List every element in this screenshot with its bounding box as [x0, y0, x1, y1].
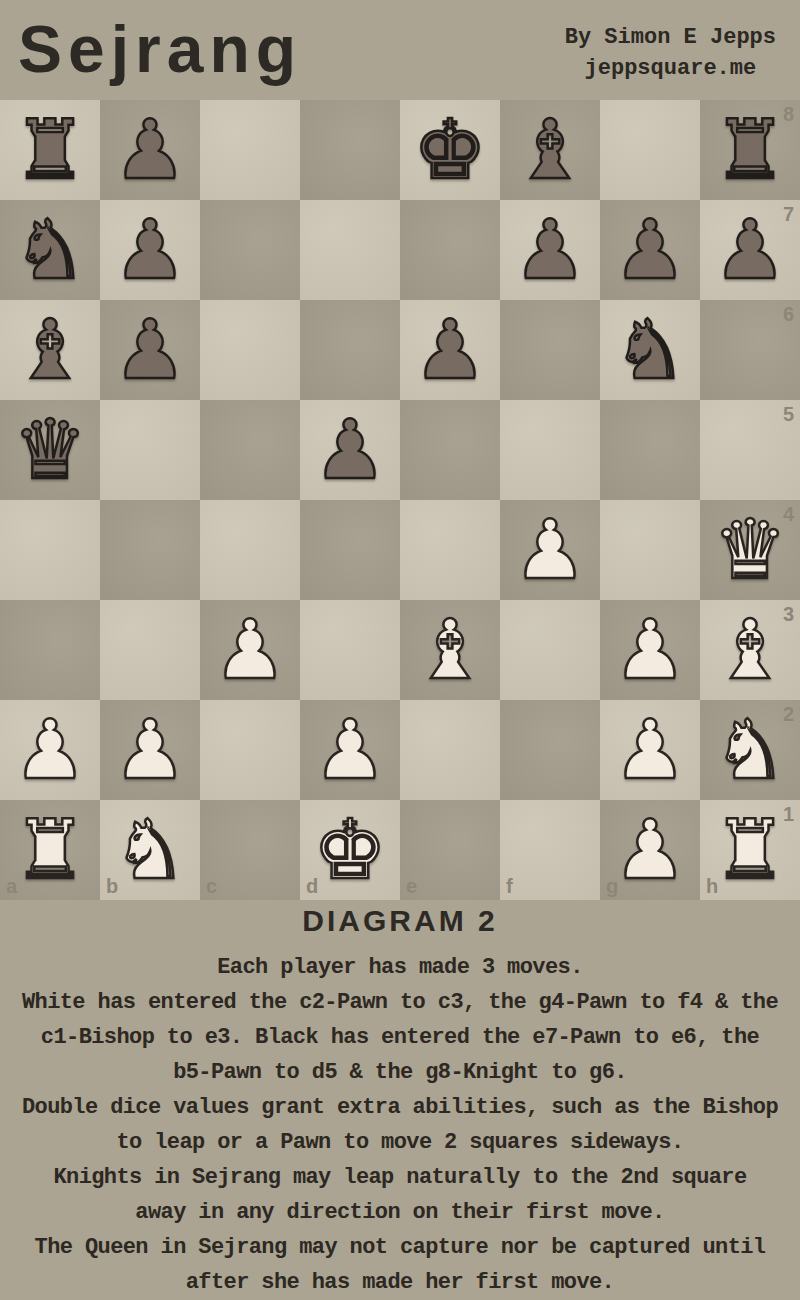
- rank-label-3: 3: [783, 604, 794, 624]
- square-f5[interactable]: [500, 400, 600, 500]
- square-a8[interactable]: ♜: [0, 100, 100, 200]
- black-king-e8[interactable]: ♚: [413, 100, 487, 200]
- square-c4[interactable]: [200, 500, 300, 600]
- caption-line: White has entered the c2-Pawn to c3, the…: [0, 985, 800, 1020]
- square-b2[interactable]: ♟: [100, 700, 200, 800]
- black-rook-h8[interactable]: ♜: [713, 100, 787, 200]
- square-a7[interactable]: ♞: [0, 200, 100, 300]
- caption-line: Knights in Sejrang may leap naturally to…: [0, 1160, 800, 1195]
- caption-line: c1-Bishop to e3. Black has entered the e…: [0, 1020, 800, 1055]
- rank-label-5: 5: [783, 404, 794, 424]
- square-b6[interactable]: ♟: [100, 300, 200, 400]
- white-rook-a1[interactable]: ♜: [13, 800, 87, 900]
- square-c8[interactable]: [200, 100, 300, 200]
- square-g1[interactable]: ♟g: [600, 800, 700, 900]
- file-label-c: c: [206, 876, 217, 896]
- square-d6[interactable]: [300, 300, 400, 400]
- square-h3[interactable]: ♝3: [700, 600, 800, 700]
- square-f1[interactable]: f: [500, 800, 600, 900]
- square-e2[interactable]: [400, 700, 500, 800]
- black-knight-a7[interactable]: ♞: [13, 200, 87, 300]
- square-f3[interactable]: [500, 600, 600, 700]
- square-g2[interactable]: ♟: [600, 700, 700, 800]
- square-c7[interactable]: [200, 200, 300, 300]
- square-f2[interactable]: [500, 700, 600, 800]
- square-b7[interactable]: ♟: [100, 200, 200, 300]
- square-c5[interactable]: [200, 400, 300, 500]
- file-label-e: e: [406, 876, 417, 896]
- square-b3[interactable]: [100, 600, 200, 700]
- black-queen-a5[interactable]: ♛: [13, 400, 87, 500]
- white-bishop-h3[interactable]: ♝: [713, 600, 787, 700]
- white-pawn-g3[interactable]: ♟: [613, 600, 687, 700]
- square-g4[interactable]: [600, 500, 700, 600]
- square-c2[interactable]: [200, 700, 300, 800]
- page-title: Sejrang: [18, 15, 302, 82]
- square-h2[interactable]: ♞2: [700, 700, 800, 800]
- square-a5[interactable]: ♛: [0, 400, 100, 500]
- square-c6[interactable]: [200, 300, 300, 400]
- square-a3[interactable]: [0, 600, 100, 700]
- white-queen-h4[interactable]: ♛: [713, 500, 787, 600]
- file-label-b: b: [106, 876, 118, 896]
- square-g3[interactable]: ♟: [600, 600, 700, 700]
- black-pawn-b8[interactable]: ♟: [113, 100, 187, 200]
- file-label-h: h: [706, 876, 718, 896]
- caption-text: Each player has made 3 moves. White has …: [0, 950, 800, 1300]
- square-c1[interactable]: c: [200, 800, 300, 900]
- square-b5[interactable]: [100, 400, 200, 500]
- white-pawn-g2[interactable]: ♟: [613, 700, 687, 800]
- caption-line: The Queen in Sejrang may not capture nor…: [0, 1230, 800, 1265]
- white-knight-b1[interactable]: ♞: [113, 800, 187, 900]
- square-h6[interactable]: 6: [700, 300, 800, 400]
- square-b8[interactable]: ♟: [100, 100, 200, 200]
- square-d5[interactable]: ♟: [300, 400, 400, 500]
- square-h1[interactable]: ♜1h: [700, 800, 800, 900]
- white-pawn-c3[interactable]: ♟: [213, 600, 287, 700]
- square-d2[interactable]: ♟: [300, 700, 400, 800]
- white-knight-h2[interactable]: ♞: [713, 700, 787, 800]
- square-e6[interactable]: ♟: [400, 300, 500, 400]
- square-e8[interactable]: ♚: [400, 100, 500, 200]
- square-f6[interactable]: [500, 300, 600, 400]
- white-pawn-f4[interactable]: ♟: [513, 500, 587, 600]
- byline: By Simon E Jepps jeppsquare.me: [565, 22, 776, 84]
- square-a4[interactable]: [0, 500, 100, 600]
- square-h7[interactable]: ♟7: [700, 200, 800, 300]
- page: Sejrang By Simon E Jepps jeppsquare.me ♜…: [0, 0, 800, 1300]
- black-knight-g6[interactable]: ♞: [613, 300, 687, 400]
- diagram-heading: DIAGRAM 2: [0, 906, 800, 936]
- square-f4[interactable]: ♟: [500, 500, 600, 600]
- square-f7[interactable]: ♟: [500, 200, 600, 300]
- rank-label-8: 8: [783, 104, 794, 124]
- rank-label-7: 7: [783, 204, 794, 224]
- square-h5[interactable]: 5: [700, 400, 800, 500]
- chess-board: ♜♟♚♝♜8♞♟♟♟♟7♝♟♟♞6♛♟5♟♛4♟♝♟♝3♟♟♟♟♞2♜a♞bc♚…: [0, 100, 800, 900]
- square-e1[interactable]: e: [400, 800, 500, 900]
- square-d7[interactable]: [300, 200, 400, 300]
- caption-line: Double dice values grant extra abilities…: [0, 1090, 800, 1125]
- black-bishop-f8[interactable]: ♝: [513, 100, 587, 200]
- caption-line: after she has made her first move.: [0, 1265, 800, 1300]
- byline-author: By Simon E Jepps: [565, 22, 776, 53]
- square-e4[interactable]: [400, 500, 500, 600]
- white-king-d1[interactable]: ♚: [313, 800, 387, 900]
- black-pawn-h7[interactable]: ♟: [713, 200, 787, 300]
- black-bishop-a6[interactable]: ♝: [13, 300, 87, 400]
- file-label-d: d: [306, 876, 318, 896]
- white-pawn-b2[interactable]: ♟: [113, 700, 187, 800]
- square-g8[interactable]: [600, 100, 700, 200]
- square-d4[interactable]: [300, 500, 400, 600]
- rank-label-2: 2: [783, 704, 794, 724]
- square-a6[interactable]: ♝: [0, 300, 100, 400]
- square-d3[interactable]: [300, 600, 400, 700]
- black-pawn-e6[interactable]: ♟: [413, 300, 487, 400]
- file-label-g: g: [606, 876, 618, 896]
- square-b1[interactable]: ♞b: [100, 800, 200, 900]
- square-b4[interactable]: [100, 500, 200, 600]
- square-a2[interactable]: ♟: [0, 700, 100, 800]
- byline-site: jeppsquare.me: [565, 53, 776, 84]
- square-c3[interactable]: ♟: [200, 600, 300, 700]
- black-pawn-b7[interactable]: ♟: [113, 200, 187, 300]
- black-pawn-d5[interactable]: ♟: [313, 400, 387, 500]
- white-bishop-e3[interactable]: ♝: [413, 600, 487, 700]
- caption-line: away in any direction on their first mov…: [0, 1195, 800, 1230]
- square-d1[interactable]: ♚d: [300, 800, 400, 900]
- white-pawn-d2[interactable]: ♟: [313, 700, 387, 800]
- caption-line: Each player has made 3 moves.: [0, 950, 800, 985]
- square-e7[interactable]: [400, 200, 500, 300]
- white-pawn-g1[interactable]: ♟: [613, 800, 687, 900]
- caption-line: b5-Pawn to d5 & the g8-Knight to g6.: [0, 1055, 800, 1090]
- square-g5[interactable]: [600, 400, 700, 500]
- square-e5[interactable]: [400, 400, 500, 500]
- square-f8[interactable]: ♝: [500, 100, 600, 200]
- caption-block: DIAGRAM 2 Each player has made 3 moves. …: [0, 906, 800, 1300]
- square-g6[interactable]: ♞: [600, 300, 700, 400]
- white-rook-h1[interactable]: ♜: [713, 800, 787, 900]
- black-pawn-f7[interactable]: ♟: [513, 200, 587, 300]
- rank-label-4: 4: [783, 504, 794, 524]
- square-a1[interactable]: ♜a: [0, 800, 100, 900]
- square-e3[interactable]: ♝: [400, 600, 500, 700]
- white-pawn-a2[interactable]: ♟: [13, 700, 87, 800]
- black-pawn-b6[interactable]: ♟: [113, 300, 187, 400]
- square-g7[interactable]: ♟: [600, 200, 700, 300]
- rank-label-6: 6: [783, 304, 794, 324]
- caption-line: to leap or a Pawn to move 2 squares side…: [0, 1125, 800, 1160]
- black-pawn-g7[interactable]: ♟: [613, 200, 687, 300]
- rank-label-1: 1: [783, 804, 794, 824]
- square-h4[interactable]: ♛4: [700, 500, 800, 600]
- square-h8[interactable]: ♜8: [700, 100, 800, 200]
- square-d8[interactable]: [300, 100, 400, 200]
- file-label-a: a: [6, 876, 17, 896]
- file-label-f: f: [506, 876, 513, 896]
- black-rook-a8[interactable]: ♜: [13, 100, 87, 200]
